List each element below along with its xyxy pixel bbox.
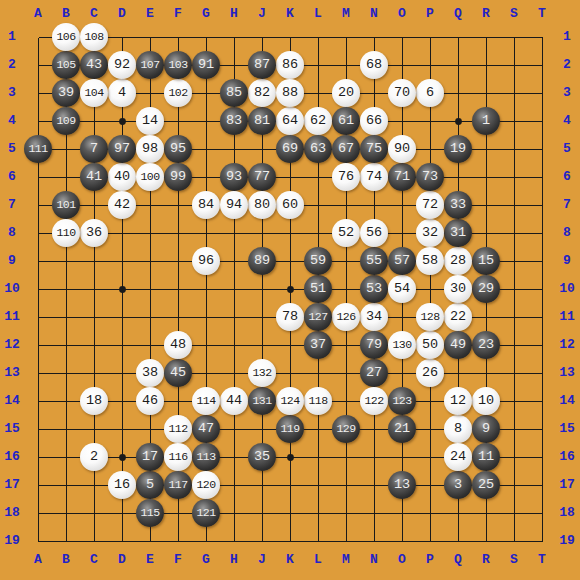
stone-K5-move-69[interactable]: 69 xyxy=(276,135,304,163)
row-labels-right: 12345678910111213141516171819 xyxy=(556,23,578,555)
move-number: 79 xyxy=(366,338,382,352)
row-label-10: 10 xyxy=(1,275,23,303)
stone-Q8-move-31[interactable]: 31 xyxy=(444,219,472,247)
stone-R17-move-25[interactable]: 25 xyxy=(472,471,500,499)
row-label-3: 3 xyxy=(556,79,578,107)
stone-B1-move-106[interactable]: 106 xyxy=(52,23,80,51)
stone-J4-move-81[interactable]: 81 xyxy=(248,107,276,135)
move-number: 131 xyxy=(253,395,272,407)
move-number: 91 xyxy=(198,58,214,72)
move-number: 10 xyxy=(478,394,494,408)
stone-F6-move-99[interactable]: 99 xyxy=(164,163,192,191)
stone-G7-move-84[interactable]: 84 xyxy=(192,191,220,219)
row-label-12: 12 xyxy=(556,331,578,359)
stone-E17-move-5[interactable]: 5 xyxy=(136,471,164,499)
move-number: 118 xyxy=(309,395,328,407)
stone-F16-move-116[interactable]: 116 xyxy=(164,443,192,471)
stone-P13-move-26[interactable]: 26 xyxy=(416,359,444,387)
move-number: 129 xyxy=(337,423,356,435)
move-number: 16 xyxy=(114,478,130,492)
stone-O15-move-21[interactable]: 21 xyxy=(388,415,416,443)
row-label-8: 8 xyxy=(1,219,23,247)
stone-G15-move-47[interactable]: 47 xyxy=(192,415,220,443)
move-number: 38 xyxy=(142,366,158,380)
row-label-11: 11 xyxy=(1,303,23,331)
row-label-14: 14 xyxy=(556,387,578,415)
stone-E18-move-115[interactable]: 115 xyxy=(136,499,164,527)
stone-Q15-move-8[interactable]: 8 xyxy=(444,415,472,443)
move-number: 1 xyxy=(482,114,490,128)
stone-M8-move-52[interactable]: 52 xyxy=(332,219,360,247)
stone-J16-move-35[interactable]: 35 xyxy=(248,443,276,471)
row-label-10: 10 xyxy=(556,275,578,303)
move-number: 42 xyxy=(114,198,130,212)
stone-L10-move-51[interactable]: 51 xyxy=(304,275,332,303)
stone-F5-move-95[interactable]: 95 xyxy=(164,135,192,163)
stone-J9-move-89[interactable]: 89 xyxy=(248,247,276,275)
move-number: 53 xyxy=(366,282,382,296)
move-number: 24 xyxy=(450,450,466,464)
goban[interactable]: 1234567891011121314151617181920212223242… xyxy=(24,23,556,555)
stone-C16-move-2[interactable]: 2 xyxy=(80,443,108,471)
move-number: 87 xyxy=(254,58,270,72)
move-number: 121 xyxy=(197,507,216,519)
move-number: 115 xyxy=(141,507,160,519)
row-label-14: 14 xyxy=(1,387,23,415)
stone-K14-move-124[interactable]: 124 xyxy=(276,387,304,415)
stone-E6-move-100[interactable]: 100 xyxy=(136,163,164,191)
move-number: 92 xyxy=(114,58,130,72)
stone-N11-move-34[interactable]: 34 xyxy=(360,303,388,331)
stone-F3-move-102[interactable]: 102 xyxy=(164,79,192,107)
stone-K4-move-64[interactable]: 64 xyxy=(276,107,304,135)
move-number: 66 xyxy=(366,114,382,128)
stone-P9-move-58[interactable]: 58 xyxy=(416,247,444,275)
move-number: 49 xyxy=(450,338,466,352)
row-label-9: 9 xyxy=(556,247,578,275)
move-number: 39 xyxy=(58,86,74,100)
stone-R16-move-11[interactable]: 11 xyxy=(472,443,500,471)
move-number: 21 xyxy=(394,422,410,436)
move-number: 15 xyxy=(478,254,494,268)
stone-M15-move-129[interactable]: 129 xyxy=(332,415,360,443)
stone-Q16-move-24[interactable]: 24 xyxy=(444,443,472,471)
row-label-13: 13 xyxy=(556,359,578,387)
stone-F2-move-103[interactable]: 103 xyxy=(164,51,192,79)
stone-P3-move-6[interactable]: 6 xyxy=(416,79,444,107)
stone-L9-move-59[interactable]: 59 xyxy=(304,247,332,275)
move-number: 28 xyxy=(450,254,466,268)
stone-D7-move-42[interactable]: 42 xyxy=(108,191,136,219)
stone-P7-move-72[interactable]: 72 xyxy=(416,191,444,219)
move-number: 75 xyxy=(366,142,382,156)
move-number: 13 xyxy=(394,478,410,492)
row-label-1: 1 xyxy=(1,23,23,51)
col-label-R: R xyxy=(472,4,500,24)
stone-K7-move-60[interactable]: 60 xyxy=(276,191,304,219)
stone-M5-move-67[interactable]: 67 xyxy=(332,135,360,163)
stone-P12-move-50[interactable]: 50 xyxy=(416,331,444,359)
stone-C14-move-18[interactable]: 18 xyxy=(80,387,108,415)
move-number: 5 xyxy=(146,478,154,492)
stone-N10-move-53[interactable]: 53 xyxy=(360,275,388,303)
stone-Q11-move-22[interactable]: 22 xyxy=(444,303,472,331)
stone-O17-move-13[interactable]: 13 xyxy=(388,471,416,499)
move-number: 2 xyxy=(90,450,98,464)
move-number: 85 xyxy=(226,86,242,100)
stone-D17-move-16[interactable]: 16 xyxy=(108,471,136,499)
move-number: 22 xyxy=(450,310,466,324)
move-number: 11 xyxy=(478,450,494,464)
stone-E5-move-98[interactable]: 98 xyxy=(136,135,164,163)
stone-N13-move-27[interactable]: 27 xyxy=(360,359,388,387)
stone-R12-move-23[interactable]: 23 xyxy=(472,331,500,359)
move-number: 95 xyxy=(170,142,186,156)
move-number: 110 xyxy=(57,227,76,239)
stone-G14-move-114[interactable]: 114 xyxy=(192,387,220,415)
row-label-18: 18 xyxy=(556,499,578,527)
move-number: 25 xyxy=(478,478,494,492)
stone-E2-move-107[interactable]: 107 xyxy=(136,51,164,79)
stone-N14-move-122[interactable]: 122 xyxy=(360,387,388,415)
move-number: 112 xyxy=(169,423,188,435)
col-label-K: K xyxy=(276,4,304,24)
move-number: 63 xyxy=(310,142,326,156)
move-number: 45 xyxy=(170,366,186,380)
stone-N5-move-75[interactable]: 75 xyxy=(360,135,388,163)
stone-E14-move-46[interactable]: 46 xyxy=(136,387,164,415)
move-number: 59 xyxy=(310,254,326,268)
stone-D5-move-97[interactable]: 97 xyxy=(108,135,136,163)
row-label-17: 17 xyxy=(556,471,578,499)
move-number: 36 xyxy=(86,226,102,240)
move-number: 44 xyxy=(226,394,242,408)
move-number: 127 xyxy=(309,311,328,323)
go-board-frame: ABCDEFGHJKLMNOPQRST ABCDEFGHJKLMNOPQRST … xyxy=(0,0,580,580)
move-number: 54 xyxy=(394,282,410,296)
stone-C6-move-41[interactable]: 41 xyxy=(80,163,108,191)
move-number: 119 xyxy=(281,423,300,435)
move-number: 33 xyxy=(450,198,466,212)
move-number: 72 xyxy=(422,198,438,212)
row-label-8: 8 xyxy=(556,219,578,247)
stone-M3-move-20[interactable]: 20 xyxy=(332,79,360,107)
stone-H3-move-85[interactable]: 85 xyxy=(220,79,248,107)
move-number: 41 xyxy=(86,170,102,184)
stone-P11-move-128[interactable]: 128 xyxy=(416,303,444,331)
stone-R14-move-10[interactable]: 10 xyxy=(472,387,500,415)
move-number: 40 xyxy=(114,170,130,184)
stone-C8-move-36[interactable]: 36 xyxy=(80,219,108,247)
stone-O9-move-57[interactable]: 57 xyxy=(388,247,416,275)
move-number: 29 xyxy=(478,282,494,296)
move-number: 34 xyxy=(366,310,382,324)
move-number: 14 xyxy=(142,114,158,128)
move-number: 61 xyxy=(338,114,354,128)
col-label-T: T xyxy=(528,4,556,24)
move-number: 43 xyxy=(86,58,102,72)
move-number: 62 xyxy=(310,114,326,128)
col-label-O: O xyxy=(388,4,416,24)
col-label-N: N xyxy=(360,4,388,24)
stone-H4-move-83[interactable]: 83 xyxy=(220,107,248,135)
stone-O5-move-90[interactable]: 90 xyxy=(388,135,416,163)
stone-R9-move-15[interactable]: 15 xyxy=(472,247,500,275)
stone-D3-move-4[interactable]: 4 xyxy=(108,79,136,107)
stone-O3-move-70[interactable]: 70 xyxy=(388,79,416,107)
move-number: 82 xyxy=(254,86,270,100)
row-label-19: 19 xyxy=(556,527,578,555)
move-number: 105 xyxy=(57,59,76,71)
stone-B7-move-101[interactable]: 101 xyxy=(52,191,80,219)
col-label-J: J xyxy=(248,4,276,24)
move-number: 76 xyxy=(338,170,354,184)
stone-Q14-move-12[interactable]: 12 xyxy=(444,387,472,415)
stone-K3-move-88[interactable]: 88 xyxy=(276,79,304,107)
move-number: 114 xyxy=(197,395,216,407)
stone-B3-move-39[interactable]: 39 xyxy=(52,79,80,107)
move-number: 123 xyxy=(393,395,412,407)
move-number: 97 xyxy=(114,142,130,156)
move-number: 31 xyxy=(450,226,466,240)
stone-C3-move-104[interactable]: 104 xyxy=(80,79,108,107)
move-number: 100 xyxy=(141,171,160,183)
row-label-6: 6 xyxy=(1,163,23,191)
stone-M11-move-126[interactable]: 126 xyxy=(332,303,360,331)
stone-O14-move-123[interactable]: 123 xyxy=(388,387,416,415)
stone-F12-move-48[interactable]: 48 xyxy=(164,331,192,359)
stone-G2-move-91[interactable]: 91 xyxy=(192,51,220,79)
move-number: 17 xyxy=(142,450,158,464)
stone-P6-move-73[interactable]: 73 xyxy=(416,163,444,191)
row-label-13: 13 xyxy=(1,359,23,387)
stone-N6-move-74[interactable]: 74 xyxy=(360,163,388,191)
move-number: 27 xyxy=(366,366,382,380)
move-number: 67 xyxy=(338,142,354,156)
row-label-9: 9 xyxy=(1,247,23,275)
stone-H7-move-94[interactable]: 94 xyxy=(220,191,248,219)
row-label-15: 15 xyxy=(1,415,23,443)
stone-M6-move-76[interactable]: 76 xyxy=(332,163,360,191)
stone-N2-move-68[interactable]: 68 xyxy=(360,51,388,79)
move-number: 50 xyxy=(422,338,438,352)
stone-O10-move-54[interactable]: 54 xyxy=(388,275,416,303)
move-number: 81 xyxy=(254,114,270,128)
row-label-4: 4 xyxy=(1,107,23,135)
stone-Q17-move-3[interactable]: 3 xyxy=(444,471,472,499)
stone-Q9-move-28[interactable]: 28 xyxy=(444,247,472,275)
move-number: 107 xyxy=(141,59,160,71)
row-label-1: 1 xyxy=(556,23,578,51)
row-label-16: 16 xyxy=(556,443,578,471)
stone-C5-move-7[interactable]: 7 xyxy=(80,135,108,163)
stone-F13-move-45[interactable]: 45 xyxy=(164,359,192,387)
stone-C1-move-108[interactable]: 108 xyxy=(80,23,108,51)
stone-M4-move-61[interactable]: 61 xyxy=(332,107,360,135)
stone-R4-move-1[interactable]: 1 xyxy=(472,107,500,135)
stone-Q7-move-33[interactable]: 33 xyxy=(444,191,472,219)
move-number: 46 xyxy=(142,394,158,408)
stone-L11-move-127[interactable]: 127 xyxy=(304,303,332,331)
move-number: 69 xyxy=(282,142,298,156)
col-label-C: C xyxy=(80,4,108,24)
stone-R15-move-9[interactable]: 9 xyxy=(472,415,500,443)
move-number: 99 xyxy=(170,170,186,184)
stone-G9-move-96[interactable]: 96 xyxy=(192,247,220,275)
row-label-4: 4 xyxy=(556,107,578,135)
row-label-2: 2 xyxy=(1,51,23,79)
stone-B2-move-105[interactable]: 105 xyxy=(52,51,80,79)
stone-D2-move-92[interactable]: 92 xyxy=(108,51,136,79)
stone-J14-move-131[interactable]: 131 xyxy=(248,387,276,415)
row-label-19: 19 xyxy=(1,527,23,555)
move-number: 6 xyxy=(426,86,434,100)
stone-Q12-move-49[interactable]: 49 xyxy=(444,331,472,359)
row-label-5: 5 xyxy=(1,135,23,163)
stone-D6-move-40[interactable]: 40 xyxy=(108,163,136,191)
stone-A5-move-111[interactable]: 111 xyxy=(24,135,52,163)
move-number: 3 xyxy=(454,478,462,492)
move-number: 19 xyxy=(450,142,466,156)
move-number: 113 xyxy=(197,451,216,463)
col-label-E: E xyxy=(136,4,164,24)
move-number: 60 xyxy=(282,198,298,212)
row-label-7: 7 xyxy=(556,191,578,219)
move-number: 20 xyxy=(338,86,354,100)
move-number: 51 xyxy=(310,282,326,296)
stone-K2-move-86[interactable]: 86 xyxy=(276,51,304,79)
stone-K15-move-119[interactable]: 119 xyxy=(276,415,304,443)
stone-K11-move-78[interactable]: 78 xyxy=(276,303,304,331)
stone-B8-move-110[interactable]: 110 xyxy=(52,219,80,247)
move-number: 101 xyxy=(57,199,76,211)
move-number: 98 xyxy=(142,142,158,156)
column-labels-top: ABCDEFGHJKLMNOPQRST xyxy=(24,4,556,24)
stone-Q5-move-19[interactable]: 19 xyxy=(444,135,472,163)
move-number: 117 xyxy=(169,479,188,491)
stone-L14-move-118[interactable]: 118 xyxy=(304,387,332,415)
stone-J2-move-87[interactable]: 87 xyxy=(248,51,276,79)
stone-O6-move-71[interactable]: 71 xyxy=(388,163,416,191)
move-number: 80 xyxy=(254,198,270,212)
move-number: 124 xyxy=(281,395,300,407)
move-number: 8 xyxy=(454,422,462,436)
move-number: 56 xyxy=(366,226,382,240)
move-number: 35 xyxy=(254,450,270,464)
move-number: 4 xyxy=(118,86,126,100)
stone-G17-move-120[interactable]: 120 xyxy=(192,471,220,499)
stone-G16-move-113[interactable]: 113 xyxy=(192,443,220,471)
stone-Q10-move-30[interactable]: 30 xyxy=(444,275,472,303)
move-number: 23 xyxy=(478,338,494,352)
move-number: 47 xyxy=(198,422,214,436)
move-number: 77 xyxy=(254,170,270,184)
stone-L5-move-63[interactable]: 63 xyxy=(304,135,332,163)
move-number: 122 xyxy=(365,395,384,407)
stone-C2-move-43[interactable]: 43 xyxy=(80,51,108,79)
move-number: 128 xyxy=(421,311,440,323)
stone-R10-move-29[interactable]: 29 xyxy=(472,275,500,303)
move-number: 120 xyxy=(197,479,216,491)
stone-H14-move-44[interactable]: 44 xyxy=(220,387,248,415)
stone-L12-move-37[interactable]: 37 xyxy=(304,331,332,359)
row-label-12: 12 xyxy=(1,331,23,359)
move-number: 102 xyxy=(169,87,188,99)
move-number: 78 xyxy=(282,310,298,324)
stone-N12-move-79[interactable]: 79 xyxy=(360,331,388,359)
col-label-L: L xyxy=(304,4,332,24)
row-label-18: 18 xyxy=(1,499,23,527)
stone-B4-move-109[interactable]: 109 xyxy=(52,107,80,135)
stone-E16-move-17[interactable]: 17 xyxy=(136,443,164,471)
stone-H6-move-93[interactable]: 93 xyxy=(220,163,248,191)
stone-P8-move-32[interactable]: 32 xyxy=(416,219,444,247)
move-number: 108 xyxy=(85,31,104,43)
move-number: 132 xyxy=(253,367,272,379)
move-number: 64 xyxy=(282,114,298,128)
row-labels-left: 12345678910111213141516171819 xyxy=(1,23,23,555)
move-number: 83 xyxy=(226,114,242,128)
stone-N4-move-66[interactable]: 66 xyxy=(360,107,388,135)
move-number: 74 xyxy=(366,170,382,184)
move-number: 52 xyxy=(338,226,354,240)
row-label-15: 15 xyxy=(556,415,578,443)
stone-F15-move-112[interactable]: 112 xyxy=(164,415,192,443)
stone-J7-move-80[interactable]: 80 xyxy=(248,191,276,219)
move-number: 111 xyxy=(29,143,48,155)
stone-E4-move-14[interactable]: 14 xyxy=(136,107,164,135)
stone-E13-move-38[interactable]: 38 xyxy=(136,359,164,387)
move-number: 30 xyxy=(450,282,466,296)
col-label-P: P xyxy=(416,4,444,24)
move-number: 12 xyxy=(450,394,466,408)
stone-L4-move-62[interactable]: 62 xyxy=(304,107,332,135)
move-number: 68 xyxy=(366,58,382,72)
stone-J13-move-132[interactable]: 132 xyxy=(248,359,276,387)
stone-O12-move-130[interactable]: 130 xyxy=(388,331,416,359)
col-label-F: F xyxy=(164,4,192,24)
move-number: 104 xyxy=(85,87,104,99)
row-label-11: 11 xyxy=(556,303,578,331)
move-number: 58 xyxy=(422,254,438,268)
stone-N9-move-55[interactable]: 55 xyxy=(360,247,388,275)
stone-J3-move-82[interactable]: 82 xyxy=(248,79,276,107)
move-number: 26 xyxy=(422,366,438,380)
move-number: 73 xyxy=(422,170,438,184)
move-number: 32 xyxy=(422,226,438,240)
move-number: 70 xyxy=(394,86,410,100)
row-label-3: 3 xyxy=(1,79,23,107)
col-label-B: B xyxy=(52,4,80,24)
stone-N8-move-56[interactable]: 56 xyxy=(360,219,388,247)
move-number: 37 xyxy=(310,338,326,352)
col-label-D: D xyxy=(108,4,136,24)
row-label-5: 5 xyxy=(556,135,578,163)
move-number: 84 xyxy=(198,198,214,212)
move-number: 57 xyxy=(394,254,410,268)
stone-F17-move-117[interactable]: 117 xyxy=(164,471,192,499)
col-label-H: H xyxy=(220,4,248,24)
move-number: 106 xyxy=(57,31,76,43)
row-label-16: 16 xyxy=(1,443,23,471)
stone-J6-move-77[interactable]: 77 xyxy=(248,163,276,191)
move-number: 96 xyxy=(198,254,214,268)
move-number: 55 xyxy=(366,254,382,268)
stone-G18-move-121[interactable]: 121 xyxy=(192,499,220,527)
col-label-S: S xyxy=(500,4,528,24)
move-number: 90 xyxy=(394,142,410,156)
move-number: 18 xyxy=(86,394,102,408)
